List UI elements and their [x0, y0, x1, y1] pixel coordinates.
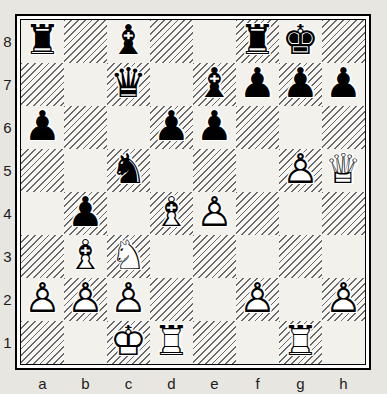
file-label-f: f [236, 370, 279, 394]
piece-black-pawn[interactable]: ♟♟ [325, 63, 362, 104]
square-h8[interactable] [322, 20, 365, 63]
square-a1[interactable] [21, 321, 64, 364]
piece-white-pawn[interactable]: ♟♙ [325, 278, 362, 319]
piece-white-rook[interactable]: ♜♖ [282, 321, 319, 362]
white-knight-icon: ♘ [110, 231, 147, 279]
piece-white-pawn[interactable]: ♟♙ [196, 192, 233, 233]
black-pawn-icon: ♟ [196, 102, 233, 150]
square-a6[interactable]: ♟♟ [21, 106, 64, 149]
rank-label-5: 5 [0, 149, 15, 192]
black-rook-icon: ♜ [239, 16, 276, 64]
black-bishop-icon: ♝ [110, 16, 147, 64]
square-g6[interactable] [279, 106, 322, 149]
rank-label-6: 6 [0, 106, 15, 149]
piece-black-pawn[interactable]: ♟♟ [153, 106, 190, 147]
square-g8[interactable]: ♚♚ [279, 20, 322, 63]
square-b3[interactable]: ♝♗ [64, 235, 107, 278]
black-pawn-icon: ♟ [153, 102, 190, 150]
square-d2[interactable] [150, 278, 193, 321]
piece-white-rook[interactable]: ♜♖ [153, 321, 190, 362]
square-g1[interactable]: ♜♖ [279, 321, 322, 364]
white-pawn-icon: ♙ [282, 145, 319, 193]
square-f5[interactable] [236, 149, 279, 192]
black-pawn-icon: ♟ [282, 59, 319, 107]
square-g4[interactable] [279, 192, 322, 235]
piece-white-queen[interactable]: ♛♕ [325, 149, 362, 190]
piece-white-pawn[interactable]: ♟♙ [110, 278, 147, 319]
square-a7[interactable] [21, 63, 64, 106]
square-c8[interactable]: ♝♝ [107, 20, 150, 63]
square-f7[interactable]: ♟♟ [236, 63, 279, 106]
square-e3[interactable] [193, 235, 236, 278]
square-h7[interactable]: ♟♟ [322, 63, 365, 106]
piece-black-pawn[interactable]: ♟♟ [67, 192, 104, 233]
rank-label-4: 4 [0, 192, 15, 235]
square-e5[interactable] [193, 149, 236, 192]
black-rook-icon: ♜ [24, 16, 61, 64]
black-pawn-icon: ♟ [239, 59, 276, 107]
square-e2[interactable] [193, 278, 236, 321]
white-pawn-icon: ♙ [110, 274, 147, 322]
black-queen-icon: ♛ [110, 59, 147, 107]
white-bishop-icon: ♗ [67, 231, 104, 279]
file-label-e: e [193, 370, 236, 394]
black-pawn-icon: ♟ [24, 102, 61, 150]
square-f1[interactable] [236, 321, 279, 364]
white-rook-icon: ♖ [282, 317, 319, 365]
white-queen-icon: ♕ [325, 145, 362, 193]
square-g7[interactable]: ♟♟ [279, 63, 322, 106]
square-d1[interactable]: ♜♖ [150, 321, 193, 364]
piece-black-pawn[interactable]: ♟♟ [239, 63, 276, 104]
square-b4[interactable]: ♟♟ [64, 192, 107, 235]
square-c7[interactable]: ♛♛ [107, 63, 150, 106]
square-h1[interactable] [322, 321, 365, 364]
white-pawn-icon: ♙ [67, 274, 104, 322]
square-a8[interactable]: ♜♜ [21, 20, 64, 63]
piece-white-bishop[interactable]: ♝♗ [67, 235, 104, 276]
square-a5[interactable] [21, 149, 64, 192]
file-label-a: a [21, 370, 64, 394]
square-h3[interactable] [322, 235, 365, 278]
black-king-icon: ♚ [282, 16, 319, 64]
square-h5[interactable]: ♛♕ [322, 149, 365, 192]
square-e4[interactable]: ♟♙ [193, 192, 236, 235]
white-bishop-icon: ♗ [153, 188, 190, 236]
piece-white-bishop[interactable]: ♝♗ [153, 192, 190, 233]
square-b1[interactable] [64, 321, 107, 364]
rank-label-2: 2 [0, 278, 15, 321]
piece-white-pawn[interactable]: ♟♙ [239, 278, 276, 319]
piece-black-bishop[interactable]: ♝♝ [196, 63, 233, 104]
file-label-h: h [322, 370, 365, 394]
piece-black-pawn[interactable]: ♟♟ [282, 63, 319, 104]
square-b2[interactable]: ♟♙ [64, 278, 107, 321]
black-pawn-icon: ♟ [67, 188, 104, 236]
square-h6[interactable] [322, 106, 365, 149]
piece-black-rook[interactable]: ♜♜ [24, 20, 61, 61]
chess-diagram: 87654321 ♜♜♝♝♜♜♚♚♛♛♝♝♟♟♟♟♟♟♟♟♟♟♟♟♞♞♟♙♛♕♟… [0, 14, 371, 394]
file-label-d: d [150, 370, 193, 394]
square-d6[interactable]: ♟♟ [150, 106, 193, 149]
square-c2[interactable]: ♟♙ [107, 278, 150, 321]
square-c4[interactable] [107, 192, 150, 235]
square-g2[interactable] [279, 278, 322, 321]
rank-label-1: 1 [0, 321, 15, 364]
square-d3[interactable] [150, 235, 193, 278]
file-label-c: c [107, 370, 150, 394]
square-c5[interactable]: ♞♞ [107, 149, 150, 192]
square-f2[interactable]: ♟♙ [236, 278, 279, 321]
square-f4[interactable] [236, 192, 279, 235]
rank-label-7: 7 [0, 63, 15, 106]
square-b8[interactable] [64, 20, 107, 63]
piece-black-bishop[interactable]: ♝♝ [110, 20, 147, 61]
board-frame: ♜♜♝♝♜♜♚♚♛♛♝♝♟♟♟♟♟♟♟♟♟♟♟♟♞♞♟♙♛♕♟♟♝♗♟♙♝♗♞♘… [15, 14, 371, 370]
file-labels: abcdefgh [15, 370, 371, 394]
piece-black-pawn[interactable]: ♟♟ [196, 106, 233, 147]
square-a3[interactable] [21, 235, 64, 278]
square-f6[interactable] [236, 106, 279, 149]
square-d5[interactable] [150, 149, 193, 192]
white-rook-icon: ♖ [153, 317, 190, 365]
square-g5[interactable]: ♟♙ [279, 149, 322, 192]
white-pawn-icon: ♙ [325, 274, 362, 322]
square-b5[interactable] [64, 149, 107, 192]
piece-white-pawn[interactable]: ♟♙ [282, 149, 319, 190]
piece-black-king[interactable]: ♚♚ [282, 20, 319, 61]
square-c3[interactable]: ♞♘ [107, 235, 150, 278]
square-e6[interactable]: ♟♟ [193, 106, 236, 149]
white-king-icon: ♔ [110, 317, 147, 365]
white-pawn-icon: ♙ [24, 274, 61, 322]
square-d8[interactable] [150, 20, 193, 63]
square-d4[interactable]: ♝♗ [150, 192, 193, 235]
square-b7[interactable] [64, 63, 107, 106]
file-label-g: g [279, 370, 322, 394]
piece-black-knight[interactable]: ♞♞ [110, 149, 147, 190]
piece-white-knight[interactable]: ♞♘ [110, 235, 147, 276]
square-f3[interactable] [236, 235, 279, 278]
square-a2[interactable]: ♟♙ [21, 278, 64, 321]
square-c1[interactable]: ♚♔ [107, 321, 150, 364]
chess-board[interactable]: ♜♜♝♝♜♜♚♚♛♛♝♝♟♟♟♟♟♟♟♟♟♟♟♟♞♞♟♙♛♕♟♟♝♗♟♙♝♗♞♘… [20, 19, 366, 365]
square-h4[interactable] [322, 192, 365, 235]
black-knight-icon: ♞ [110, 145, 147, 193]
square-h2[interactable]: ♟♙ [322, 278, 365, 321]
piece-white-king[interactable]: ♚♔ [110, 321, 147, 362]
square-e7[interactable]: ♝♝ [193, 63, 236, 106]
square-c6[interactable] [107, 106, 150, 149]
square-e1[interactable] [193, 321, 236, 364]
piece-black-pawn[interactable]: ♟♟ [24, 106, 61, 147]
rank-labels: 87654321 [0, 14, 15, 370]
piece-black-rook[interactable]: ♜♜ [239, 20, 276, 61]
piece-white-pawn[interactable]: ♟♙ [24, 278, 61, 319]
square-b6[interactable] [64, 106, 107, 149]
square-g3[interactable] [279, 235, 322, 278]
black-pawn-icon: ♟ [325, 59, 362, 107]
white-pawn-icon: ♙ [239, 274, 276, 322]
piece-white-pawn[interactable]: ♟♙ [67, 278, 104, 319]
piece-black-queen[interactable]: ♛♛ [110, 63, 147, 104]
file-label-b: b [64, 370, 107, 394]
white-pawn-icon: ♙ [196, 188, 233, 236]
square-f8[interactable]: ♜♜ [236, 20, 279, 63]
rank-label-3: 3 [0, 235, 15, 278]
black-bishop-icon: ♝ [196, 59, 233, 107]
square-e8[interactable] [193, 20, 236, 63]
square-a4[interactable] [21, 192, 64, 235]
rank-label-8: 8 [0, 20, 15, 63]
square-d7[interactable] [150, 63, 193, 106]
